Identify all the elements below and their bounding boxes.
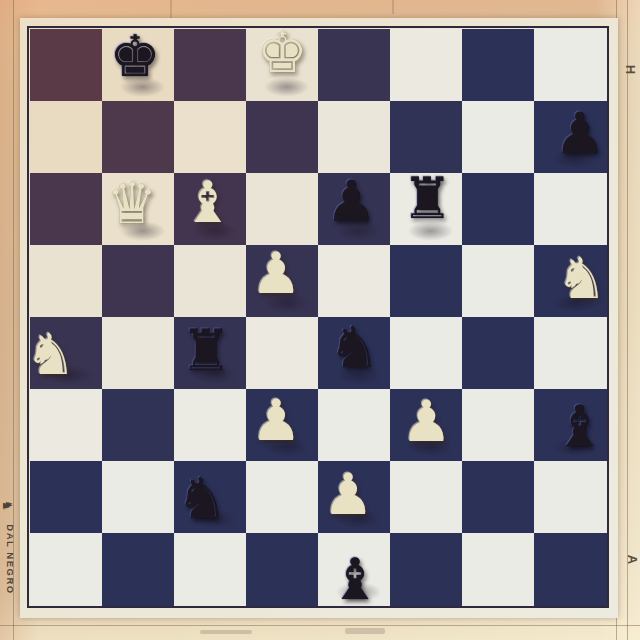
black-pawn[interactable]: ♟ bbox=[554, 105, 605, 162]
square-d4[interactable] bbox=[246, 317, 318, 389]
board-surface: ♚♚♟♛♝♟♜♟♞♞♜♞♟♟♝♞♟♝ bbox=[20, 18, 618, 618]
square-c5[interactable] bbox=[174, 245, 246, 317]
white-bishop[interactable]: ♝ bbox=[182, 174, 233, 231]
square-e7[interactable] bbox=[318, 101, 390, 173]
frame-coordinate-h: H bbox=[623, 65, 638, 74]
square-d5[interactable]: ♟ bbox=[246, 245, 318, 317]
square-d2[interactable] bbox=[246, 461, 318, 533]
white-pawn[interactable]: ♟ bbox=[250, 392, 301, 449]
frame-smudge bbox=[200, 630, 252, 634]
frame-coordinate-a: A bbox=[625, 555, 640, 564]
square-h2[interactable] bbox=[534, 461, 606, 533]
square-h7[interactable]: ♟ bbox=[534, 101, 606, 173]
square-c3[interactable] bbox=[174, 389, 246, 461]
brand-text: DAL NEGRO bbox=[5, 514, 16, 606]
square-a8[interactable] bbox=[30, 29, 102, 101]
square-c6[interactable]: ♝ bbox=[174, 173, 246, 245]
square-e8[interactable] bbox=[318, 29, 390, 101]
square-d6[interactable] bbox=[246, 173, 318, 245]
square-g5[interactable] bbox=[462, 245, 534, 317]
white-knight[interactable]: ♞ bbox=[25, 326, 76, 383]
square-g3[interactable] bbox=[462, 389, 534, 461]
black-rook[interactable]: ♜ bbox=[402, 170, 453, 227]
square-a2[interactable] bbox=[30, 461, 102, 533]
square-a1[interactable] bbox=[30, 533, 102, 605]
square-g4[interactable] bbox=[462, 317, 534, 389]
white-pawn[interactable]: ♟ bbox=[401, 393, 452, 450]
square-f4[interactable] bbox=[390, 317, 462, 389]
square-c7[interactable] bbox=[174, 101, 246, 173]
wood-grain-line bbox=[170, 0, 172, 18]
square-f2[interactable] bbox=[390, 461, 462, 533]
square-e1[interactable]: ♝ bbox=[318, 533, 390, 605]
black-bishop[interactable]: ♝ bbox=[554, 398, 605, 455]
brand-area: ♞ DAL NEGRO bbox=[0, 470, 20, 600]
square-h6[interactable] bbox=[534, 173, 606, 245]
square-c4[interactable]: ♜ bbox=[174, 317, 246, 389]
square-h8[interactable] bbox=[534, 29, 606, 101]
frame-seam-right-outer bbox=[627, 0, 628, 640]
square-d7[interactable] bbox=[246, 101, 318, 173]
square-e5[interactable] bbox=[318, 245, 390, 317]
frame-seam-bottom bbox=[0, 625, 640, 626]
chess-board-grid: ♚♚♟♛♝♟♜♟♞♞♜♞♟♟♝♞♟♝ bbox=[30, 29, 607, 606]
square-f7[interactable] bbox=[390, 101, 462, 173]
square-b8[interactable]: ♚ bbox=[102, 29, 174, 101]
square-a3[interactable] bbox=[30, 389, 102, 461]
square-h5[interactable]: ♞ bbox=[534, 245, 606, 317]
square-g1[interactable] bbox=[462, 533, 534, 605]
white-pawn[interactable]: ♟ bbox=[250, 245, 301, 302]
square-c1[interactable] bbox=[174, 533, 246, 605]
black-rook[interactable]: ♜ bbox=[180, 322, 231, 379]
square-b7[interactable] bbox=[102, 101, 174, 173]
square-a5[interactable] bbox=[30, 245, 102, 317]
square-g8[interactable] bbox=[462, 29, 534, 101]
square-a4[interactable]: ♞ bbox=[30, 317, 102, 389]
white-pawn[interactable]: ♟ bbox=[323, 466, 374, 523]
square-b2[interactable] bbox=[102, 461, 174, 533]
white-queen[interactable]: ♛ bbox=[106, 175, 157, 232]
square-h4[interactable] bbox=[534, 317, 606, 389]
square-g2[interactable] bbox=[462, 461, 534, 533]
square-b3[interactable] bbox=[102, 389, 174, 461]
square-f1[interactable] bbox=[390, 533, 462, 605]
square-b5[interactable] bbox=[102, 245, 174, 317]
black-king[interactable]: ♚ bbox=[109, 28, 160, 85]
black-knight[interactable]: ♞ bbox=[329, 319, 380, 376]
square-g7[interactable] bbox=[462, 101, 534, 173]
black-pawn[interactable]: ♟ bbox=[326, 173, 377, 230]
frame-smudge bbox=[345, 628, 385, 634]
square-f5[interactable] bbox=[390, 245, 462, 317]
square-a6[interactable] bbox=[30, 173, 102, 245]
square-c8[interactable] bbox=[174, 29, 246, 101]
square-g6[interactable] bbox=[462, 173, 534, 245]
knight-logo-icon: ♞ bbox=[0, 500, 15, 512]
square-e2[interactable]: ♟ bbox=[318, 461, 390, 533]
wood-grain-line bbox=[392, 0, 394, 14]
square-d3[interactable]: ♟ bbox=[246, 389, 318, 461]
white-king[interactable]: ♚ bbox=[256, 24, 307, 81]
white-knight[interactable]: ♞ bbox=[556, 250, 607, 307]
black-knight[interactable]: ♞ bbox=[176, 470, 227, 527]
square-b4[interactable] bbox=[102, 317, 174, 389]
square-f8[interactable] bbox=[390, 29, 462, 101]
square-h1[interactable] bbox=[534, 533, 606, 605]
square-f6[interactable]: ♜ bbox=[390, 173, 462, 245]
square-d8[interactable]: ♚ bbox=[246, 29, 318, 101]
square-a7[interactable] bbox=[30, 101, 102, 173]
square-b6[interactable]: ♛ bbox=[102, 173, 174, 245]
square-e6[interactable]: ♟ bbox=[318, 173, 390, 245]
square-f3[interactable]: ♟ bbox=[390, 389, 462, 461]
square-e3[interactable] bbox=[318, 389, 390, 461]
square-e4[interactable]: ♞ bbox=[318, 317, 390, 389]
square-b1[interactable] bbox=[102, 533, 174, 605]
square-c2[interactable]: ♞ bbox=[174, 461, 246, 533]
square-h3[interactable]: ♝ bbox=[534, 389, 606, 461]
chess-board-photo: ♚♚♟♛♝♟♜♟♞♞♜♞♟♟♝♞♟♝ ♞ DAL NEGRO H A bbox=[0, 0, 640, 640]
square-d1[interactable] bbox=[246, 533, 318, 605]
black-bishop[interactable]: ♝ bbox=[330, 551, 381, 608]
